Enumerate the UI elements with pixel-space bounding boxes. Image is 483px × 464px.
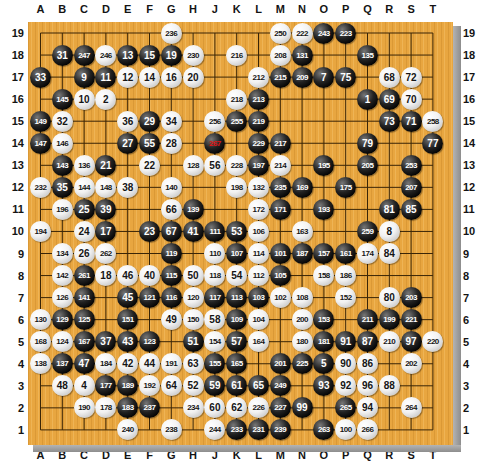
- stone-G8: 115: [161, 265, 182, 286]
- row-label-left-1: 1: [0, 422, 24, 438]
- stone-F18: 15: [139, 45, 160, 66]
- stone-S17: 72: [401, 67, 422, 88]
- col-label-top-P: P: [336, 3, 356, 15]
- stone-A10: 194: [30, 221, 51, 242]
- row-label-right-4: 4: [463, 356, 483, 372]
- stone-N19: 222: [292, 23, 313, 44]
- stone-R5: 210: [379, 331, 400, 352]
- stone-N5: 180: [292, 331, 313, 352]
- row-label-right-7: 7: [463, 290, 483, 306]
- stone-R6: 199: [379, 309, 400, 330]
- stone-P12: 175: [335, 177, 356, 198]
- stone-L15: 219: [248, 111, 269, 132]
- stone-R11: 81: [379, 199, 400, 220]
- stone-P17: 75: [335, 67, 356, 88]
- row-label-left-16: 16: [0, 91, 24, 107]
- stone-F10: 23: [139, 221, 160, 242]
- stone-S2: 264: [401, 397, 422, 418]
- stone-A6: 130: [30, 309, 51, 330]
- row-label-left-13: 13: [0, 157, 24, 173]
- stone-R10: 8: [379, 221, 400, 242]
- stone-S16: 70: [401, 89, 422, 110]
- stone-N6: 200: [292, 309, 313, 330]
- row-label-left-17: 17: [0, 69, 24, 85]
- stone-D16: 2: [95, 89, 116, 110]
- stone-T14: 77: [422, 133, 443, 154]
- stone-N2: 99: [292, 397, 313, 418]
- stone-C9: 26: [74, 243, 95, 264]
- stone-B4: 137: [52, 353, 73, 374]
- stone-S4: 202: [401, 353, 422, 374]
- stone-E15: 36: [117, 111, 138, 132]
- stone-F7: 121: [139, 287, 160, 308]
- stone-L8: 112: [248, 265, 269, 286]
- row-label-left-3: 3: [0, 378, 24, 394]
- stone-G17: 16: [161, 67, 182, 88]
- col-label-top-S: S: [401, 3, 421, 15]
- stone-O19: 243: [313, 23, 334, 44]
- stone-B15: 32: [52, 111, 73, 132]
- stone-A15: 149: [30, 111, 51, 132]
- col-label-top-T: T: [423, 3, 443, 15]
- stone-K16: 218: [226, 89, 247, 110]
- col-label-top-C: C: [74, 3, 94, 15]
- stone-G7: 116: [161, 287, 182, 308]
- stone-C2: 190: [74, 397, 95, 418]
- stone-N12: 169: [292, 177, 313, 198]
- stone-B18: 31: [52, 45, 73, 66]
- stone-C16: 10: [74, 89, 95, 110]
- row-label-left-6: 6: [0, 312, 24, 328]
- row-label-left-5: 5: [0, 334, 24, 350]
- stone-E17: 12: [117, 67, 138, 88]
- stone-M19: 250: [270, 23, 291, 44]
- row-label-left-8: 8: [0, 268, 24, 284]
- stone-C6: 125: [74, 309, 95, 330]
- stone-N17: 209: [292, 67, 313, 88]
- stone-K13: 228: [226, 155, 247, 176]
- stone-M17: 215: [270, 67, 291, 88]
- stone-C11: 25: [74, 199, 95, 220]
- row-label-right-6: 6: [463, 312, 483, 328]
- col-label-top-B: B: [52, 3, 72, 15]
- stone-A12: 232: [30, 177, 51, 198]
- stone-H6: 150: [183, 309, 204, 330]
- stone-A17: 33: [30, 67, 51, 88]
- stone-S11: 85: [401, 199, 422, 220]
- stone-M2: 227: [270, 397, 291, 418]
- row-label-left-9: 9: [0, 246, 24, 262]
- row-label-left-11: 11: [0, 201, 24, 217]
- stone-K18: 216: [226, 45, 247, 66]
- stone-K10: 53: [226, 221, 247, 242]
- col-label-top-J: J: [205, 3, 225, 15]
- row-label-right-2: 2: [463, 400, 483, 416]
- stone-O17: 7: [313, 67, 334, 88]
- stone-M9: 101: [270, 243, 291, 264]
- stone-M4: 201: [270, 353, 291, 374]
- row-label-right-15: 15: [463, 113, 483, 129]
- stone-B5: 124: [52, 331, 73, 352]
- col-label-top-M: M: [270, 3, 290, 15]
- stone-S15: 71: [401, 111, 422, 132]
- stone-G14: 28: [161, 133, 182, 154]
- col-label-top-L: L: [249, 3, 269, 15]
- stone-B16: 145: [52, 89, 73, 110]
- row-label-left-7: 7: [0, 290, 24, 306]
- stone-G4: 191: [161, 353, 182, 374]
- row-label-right-8: 8: [463, 268, 483, 284]
- stone-H17: 20: [183, 67, 204, 88]
- stone-G12: 140: [161, 177, 182, 198]
- stone-F13: 22: [139, 155, 160, 176]
- stone-E18: 13: [117, 45, 138, 66]
- stone-Q16: 1: [357, 89, 378, 110]
- stone-Q18: 135: [357, 45, 378, 66]
- stone-R7: 80: [379, 287, 400, 308]
- stone-K12: 198: [226, 177, 247, 198]
- row-label-right-11: 11: [463, 201, 483, 217]
- stone-S7: 203: [401, 287, 422, 308]
- stone-S6: 221: [401, 309, 422, 330]
- stone-C8: 261: [74, 265, 95, 286]
- col-label-top-O: O: [314, 3, 334, 15]
- stone-F17: 14: [139, 67, 160, 88]
- stone-L16: 213: [248, 89, 269, 110]
- stone-L13: 197: [248, 155, 269, 176]
- stone-L12: 132: [248, 177, 269, 198]
- stone-G10: 67: [161, 221, 182, 242]
- stone-C10: 24: [74, 221, 95, 242]
- row-label-right-9: 9: [463, 246, 483, 262]
- row-label-right-18: 18: [463, 47, 483, 63]
- board-shadow-right: [453, 26, 461, 451]
- col-label-top-N: N: [292, 3, 312, 15]
- stone-L17: 212: [248, 67, 269, 88]
- stone-L6: 104: [248, 309, 269, 330]
- stone-M18: 208: [270, 45, 291, 66]
- stone-S13: 253: [401, 155, 422, 176]
- row-label-right-5: 5: [463, 334, 483, 350]
- col-label-top-G: G: [161, 3, 181, 15]
- row-label-left-12: 12: [0, 179, 24, 195]
- stone-H4: 63: [183, 353, 204, 374]
- stone-B12: 35: [52, 177, 73, 198]
- stone-Q13: 205: [357, 155, 378, 176]
- col-label-top-F: F: [140, 3, 160, 15]
- stone-H10: 41: [183, 221, 204, 242]
- stone-B9: 134: [52, 243, 73, 264]
- stone-A14: 147: [30, 133, 51, 154]
- stone-P19: 223: [335, 23, 356, 44]
- stone-N18: 131: [292, 45, 313, 66]
- col-label-top-K: K: [227, 3, 247, 15]
- row-label-left-15: 15: [0, 113, 24, 129]
- col-label-top-E: E: [118, 3, 138, 15]
- stone-H3: 52: [183, 375, 204, 396]
- row-label-left-4: 4: [0, 356, 24, 372]
- row-label-right-3: 3: [463, 378, 483, 394]
- stone-M8: 105: [270, 265, 291, 286]
- row-label-left-10: 10: [0, 223, 24, 239]
- row-label-right-14: 14: [463, 135, 483, 151]
- stone-E12: 38: [117, 177, 138, 198]
- stone-M14: 217: [270, 133, 291, 154]
- row-label-right-10: 10: [463, 223, 483, 239]
- row-label-right-16: 16: [463, 91, 483, 107]
- row-label-right-13: 13: [463, 157, 483, 173]
- stone-L9: 114: [248, 243, 269, 264]
- stone-H18: 230: [183, 45, 204, 66]
- stone-R3: 88: [379, 375, 400, 396]
- stone-F14: 55: [139, 133, 160, 154]
- col-label-top-H: H: [183, 3, 203, 15]
- stone-M7: 102: [270, 287, 291, 308]
- stone-G18: 19: [161, 45, 182, 66]
- stone-H11: 139: [183, 199, 204, 220]
- stone-H5: 51: [183, 331, 204, 352]
- board-shadow-bottom: [33, 445, 461, 452]
- stone-M12: 235: [270, 177, 291, 198]
- stone-G3: 64: [161, 375, 182, 396]
- stone-C12: 144: [74, 177, 95, 198]
- stone-C7: 141: [74, 287, 95, 308]
- stone-B11: 196: [52, 199, 73, 220]
- stone-Q14: 79: [357, 133, 378, 154]
- stone-R15: 73: [379, 111, 400, 132]
- stone-R16: 69: [379, 89, 400, 110]
- stone-B13: 143: [52, 155, 73, 176]
- stone-M11: 171: [270, 199, 291, 220]
- stone-L7: 103: [248, 287, 269, 308]
- stone-C13: 136: [74, 155, 95, 176]
- stone-G19: 236: [161, 23, 182, 44]
- row-label-left-14: 14: [0, 135, 24, 151]
- col-label-top-A: A: [31, 3, 51, 15]
- stone-N9: 187: [292, 243, 313, 264]
- stone-H7: 120: [183, 287, 204, 308]
- stone-E14: 27: [117, 133, 138, 154]
- stone-D18: 246: [95, 45, 116, 66]
- row-label-right-19: 19: [463, 25, 483, 41]
- stone-H13: 128: [183, 155, 204, 176]
- stone-J15: 256: [204, 111, 225, 132]
- stone-F8: 40: [139, 265, 160, 286]
- stone-S12: 207: [401, 177, 422, 198]
- stone-L11: 172: [248, 199, 269, 220]
- row-label-right-12: 12: [463, 179, 483, 195]
- stone-H2: 234: [183, 397, 204, 418]
- col-label-top-R: R: [379, 3, 399, 15]
- row-label-left-18: 18: [0, 47, 24, 63]
- stone-B14: 146: [52, 133, 73, 154]
- stone-Q10: 259: [357, 221, 378, 242]
- stone-T15: 258: [422, 111, 443, 132]
- stone-N10: 163: [292, 221, 313, 242]
- stone-B3: 48: [52, 375, 73, 396]
- stone-M3: 249: [270, 375, 291, 396]
- stone-D17: 11: [95, 67, 116, 88]
- stone-B6: 129: [52, 309, 73, 330]
- go-kifu-viewer: ABCDEFGHJKLMNOPQRST 19181716151413121110…: [0, 0, 483, 464]
- stone-R17: 68: [379, 67, 400, 88]
- col-label-top-Q: Q: [358, 3, 378, 15]
- stone-C3: 4: [74, 375, 95, 396]
- stone-N7: 108: [292, 287, 313, 308]
- stone-L14: 229: [248, 133, 269, 154]
- stone-C5: 167: [74, 331, 95, 352]
- stone-C4: 47: [74, 353, 95, 374]
- col-label-top-D: D: [96, 3, 116, 15]
- stone-B7: 126: [52, 287, 73, 308]
- go-board[interactable]: 2362502222432233124724613151923021620813…: [28, 22, 453, 445]
- stone-G6: 49: [161, 309, 182, 330]
- stone-G11: 66: [161, 199, 182, 220]
- row-label-left-2: 2: [0, 400, 24, 416]
- stone-H8: 50: [183, 265, 204, 286]
- stone-G15: 34: [161, 111, 182, 132]
- stone-S5: 97: [401, 331, 422, 352]
- stone-B8: 142: [52, 265, 73, 286]
- stone-F15: 29: [139, 111, 160, 132]
- row-label-left-19: 19: [0, 25, 24, 41]
- stone-L10: 106: [248, 221, 269, 242]
- row-label-right-17: 17: [463, 69, 483, 85]
- stone-G9: 119: [161, 243, 182, 264]
- stone-Q6: 211: [357, 309, 378, 330]
- row-label-right-1: 1: [463, 422, 483, 438]
- stone-K15: 255: [226, 111, 247, 132]
- stone-Q9: 174: [357, 243, 378, 264]
- stone-C17: 9: [74, 67, 95, 88]
- stone-R9: 84: [379, 243, 400, 264]
- stone-J14-last-move: 267: [204, 133, 225, 154]
- stone-C18: 247: [74, 45, 95, 66]
- stone-M13: 214: [270, 155, 291, 176]
- stone-N4: 225: [292, 353, 313, 374]
